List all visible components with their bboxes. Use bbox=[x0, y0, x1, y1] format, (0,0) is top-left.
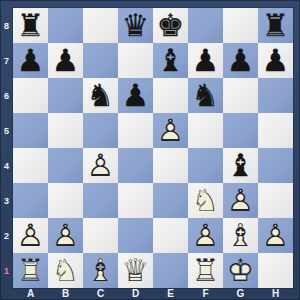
square-d3[interactable] bbox=[118, 183, 153, 218]
square-d2[interactable] bbox=[118, 218, 153, 253]
file-label-c: C bbox=[83, 287, 118, 300]
square-h4[interactable] bbox=[258, 148, 293, 183]
white-bishop[interactable]: ♝♗ bbox=[223, 218, 258, 253]
white-piece-outline-glyph: ♗ bbox=[83, 253, 118, 288]
square-h7[interactable]: ♟ bbox=[258, 43, 293, 78]
file-label-f: F bbox=[188, 287, 223, 300]
black-rook[interactable]: ♜ bbox=[13, 8, 48, 43]
square-b2[interactable]: ♟♙ bbox=[48, 218, 83, 253]
white-pawn[interactable]: ♟♙ bbox=[258, 218, 293, 253]
square-h3[interactable] bbox=[258, 183, 293, 218]
rank-labels: 87654321 bbox=[0, 8, 13, 288]
square-f7[interactable]: ♟ bbox=[188, 43, 223, 78]
white-king[interactable]: ♚♔ bbox=[223, 253, 258, 288]
square-d6[interactable]: ♟ bbox=[118, 78, 153, 113]
white-piece-outline-glyph: ♘ bbox=[188, 183, 223, 218]
square-f5[interactable] bbox=[188, 113, 223, 148]
square-b6[interactable] bbox=[48, 78, 83, 113]
square-b8[interactable] bbox=[48, 8, 83, 43]
square-d4[interactable] bbox=[118, 148, 153, 183]
square-c3[interactable] bbox=[83, 183, 118, 218]
white-pawn[interactable]: ♟♙ bbox=[48, 218, 83, 253]
board-grid: ♜♛♚♜♟♟♝♟♟♟♞♟♞♟♙♟♙♝♞♘♟♙♟♙♟♙♟♙♝♗♟♙♜♖♞♘♝♗♛♕… bbox=[13, 8, 293, 288]
square-c1[interactable]: ♝♗ bbox=[83, 253, 118, 288]
white-knight[interactable]: ♞♘ bbox=[188, 183, 223, 218]
white-piece-outline-glyph: ♙ bbox=[223, 183, 258, 218]
square-c8[interactable] bbox=[83, 8, 118, 43]
square-g1[interactable]: ♚♔ bbox=[223, 253, 258, 288]
chess-board-frame: 87654321 ♜♛♚♜♟♟♝♟♟♟♞♟♞♟♙♟♙♝♞♘♟♙♟♙♟♙♟♙♝♗♟… bbox=[0, 0, 300, 300]
rank-label-2: 2 bbox=[0, 218, 13, 253]
square-f4[interactable] bbox=[188, 148, 223, 183]
square-a8[interactable]: ♜ bbox=[13, 8, 48, 43]
square-e1[interactable] bbox=[153, 253, 188, 288]
rank-label-7: 7 bbox=[0, 43, 13, 78]
black-rook[interactable]: ♜ bbox=[258, 8, 293, 43]
white-piece-outline-glyph: ♖ bbox=[13, 253, 48, 288]
square-b3[interactable] bbox=[48, 183, 83, 218]
white-pawn[interactable]: ♟♙ bbox=[83, 148, 118, 183]
rank-label-5: 5 bbox=[0, 113, 13, 148]
black-pawn[interactable]: ♟ bbox=[13, 43, 48, 78]
black-pawn[interactable]: ♟ bbox=[258, 43, 293, 78]
white-rook[interactable]: ♜♖ bbox=[13, 253, 48, 288]
white-pawn[interactable]: ♟♙ bbox=[13, 218, 48, 253]
black-knight[interactable]: ♞ bbox=[83, 78, 118, 113]
black-pawn[interactable]: ♟ bbox=[48, 43, 83, 78]
square-d5[interactable] bbox=[118, 113, 153, 148]
square-f3[interactable]: ♞♘ bbox=[188, 183, 223, 218]
white-piece-outline-glyph: ♙ bbox=[153, 113, 188, 148]
square-h2[interactable]: ♟♙ bbox=[258, 218, 293, 253]
square-b4[interactable] bbox=[48, 148, 83, 183]
square-e5[interactable]: ♟♙ bbox=[153, 113, 188, 148]
white-queen[interactable]: ♛♕ bbox=[118, 253, 153, 288]
white-piece-outline-glyph: ♙ bbox=[13, 218, 48, 253]
square-f6[interactable]: ♞ bbox=[188, 78, 223, 113]
white-piece-outline-glyph: ♙ bbox=[188, 218, 223, 253]
white-rook[interactable]: ♜♖ bbox=[188, 253, 223, 288]
square-d7[interactable] bbox=[118, 43, 153, 78]
file-label-e: E bbox=[153, 287, 188, 300]
black-knight[interactable]: ♞ bbox=[188, 78, 223, 113]
square-g2[interactable]: ♝♗ bbox=[223, 218, 258, 253]
square-c6[interactable]: ♞ bbox=[83, 78, 118, 113]
square-a3[interactable] bbox=[13, 183, 48, 218]
file-label-g: G bbox=[223, 287, 258, 300]
white-piece-outline-glyph: ♘ bbox=[48, 253, 83, 288]
square-e7[interactable]: ♝ bbox=[153, 43, 188, 78]
white-piece-outline-glyph: ♗ bbox=[223, 218, 258, 253]
file-label-b: B bbox=[48, 287, 83, 300]
black-queen[interactable]: ♛ bbox=[118, 8, 153, 43]
square-g7[interactable]: ♟ bbox=[223, 43, 258, 78]
rank-label-1: 1 bbox=[0, 253, 13, 288]
file-label-h: H bbox=[258, 287, 293, 300]
square-h6[interactable] bbox=[258, 78, 293, 113]
square-e8[interactable]: ♚ bbox=[153, 8, 188, 43]
white-piece-outline-glyph: ♙ bbox=[258, 218, 293, 253]
square-b1[interactable]: ♞♘ bbox=[48, 253, 83, 288]
square-f1[interactable]: ♜♖ bbox=[188, 253, 223, 288]
square-c2[interactable] bbox=[83, 218, 118, 253]
rank-label-6: 6 bbox=[0, 78, 13, 113]
square-f2[interactable]: ♟♙ bbox=[188, 218, 223, 253]
black-pawn[interactable]: ♟ bbox=[118, 78, 153, 113]
square-a1[interactable]: ♜♖ bbox=[13, 253, 48, 288]
square-d1[interactable]: ♛♕ bbox=[118, 253, 153, 288]
square-h8[interactable]: ♜ bbox=[258, 8, 293, 43]
square-h5[interactable] bbox=[258, 113, 293, 148]
rank-label-3: 3 bbox=[0, 183, 13, 218]
square-e6[interactable] bbox=[153, 78, 188, 113]
white-pawn[interactable]: ♟♙ bbox=[223, 183, 258, 218]
square-g3[interactable]: ♟♙ bbox=[223, 183, 258, 218]
white-piece-outline-glyph: ♔ bbox=[223, 253, 258, 288]
square-g8[interactable] bbox=[223, 8, 258, 43]
square-a7[interactable]: ♟ bbox=[13, 43, 48, 78]
file-label-a: A bbox=[13, 287, 48, 300]
square-a4[interactable] bbox=[13, 148, 48, 183]
square-h1[interactable] bbox=[258, 253, 293, 288]
square-a6[interactable] bbox=[13, 78, 48, 113]
square-e2[interactable] bbox=[153, 218, 188, 253]
black-king[interactable]: ♚ bbox=[153, 8, 188, 43]
square-b7[interactable]: ♟ bbox=[48, 43, 83, 78]
white-knight[interactable]: ♞♘ bbox=[48, 253, 83, 288]
rank-label-4: 4 bbox=[0, 148, 13, 183]
white-piece-outline-glyph: ♖ bbox=[188, 253, 223, 288]
square-e3[interactable] bbox=[153, 183, 188, 218]
white-bishop[interactable]: ♝♗ bbox=[83, 253, 118, 288]
white-piece-outline-glyph: ♙ bbox=[48, 218, 83, 253]
black-bishop[interactable]: ♝ bbox=[223, 148, 258, 183]
rank-label-8: 8 bbox=[0, 8, 13, 43]
file-label-d: D bbox=[118, 287, 153, 300]
black-bishop[interactable]: ♝ bbox=[153, 43, 188, 78]
square-a2[interactable]: ♟♙ bbox=[13, 218, 48, 253]
square-c4[interactable]: ♟♙ bbox=[83, 148, 118, 183]
black-pawn[interactable]: ♟ bbox=[188, 43, 223, 78]
square-g6[interactable] bbox=[223, 78, 258, 113]
square-f8[interactable] bbox=[188, 8, 223, 43]
square-d8[interactable]: ♛ bbox=[118, 8, 153, 43]
square-g5[interactable] bbox=[223, 113, 258, 148]
white-piece-outline-glyph: ♕ bbox=[118, 253, 153, 288]
square-c5[interactable] bbox=[83, 113, 118, 148]
square-c7[interactable] bbox=[83, 43, 118, 78]
white-piece-outline-glyph: ♙ bbox=[83, 148, 118, 183]
black-pawn[interactable]: ♟ bbox=[223, 43, 258, 78]
square-a5[interactable] bbox=[13, 113, 48, 148]
square-e4[interactable] bbox=[153, 148, 188, 183]
square-b5[interactable] bbox=[48, 113, 83, 148]
white-pawn[interactable]: ♟♙ bbox=[188, 218, 223, 253]
white-pawn[interactable]: ♟♙ bbox=[153, 113, 188, 148]
file-labels: ABCDEFGH bbox=[13, 287, 293, 300]
square-g4[interactable]: ♝ bbox=[223, 148, 258, 183]
